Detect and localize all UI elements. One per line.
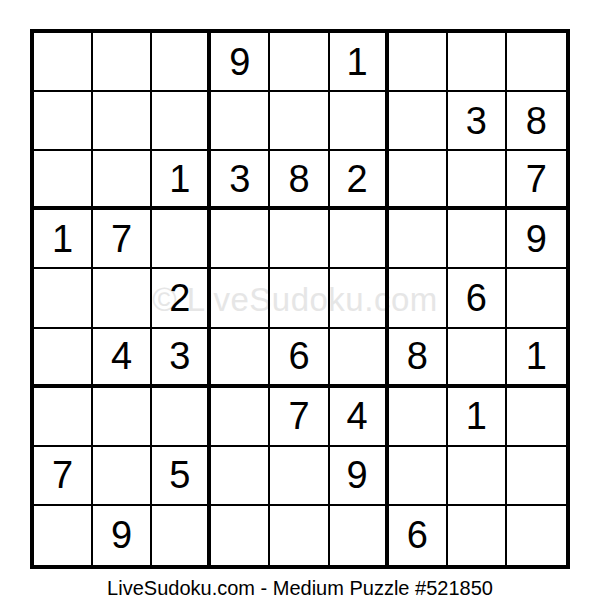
cell-r5c8: 6 [448,269,507,328]
cell-r3c5: 8 [270,151,329,210]
cell-r9c3 [152,506,211,565]
cell-r4c7 [389,210,448,269]
cell-r2c2 [93,92,152,151]
cell-r5c4 [211,269,270,328]
cell-r5c6 [330,269,389,328]
cell-r9c5 [270,506,329,565]
cell-r7c5: 7 [270,388,329,447]
cell-r6c9: 1 [507,329,566,388]
cell-r2c6 [330,92,389,151]
cell-r3c8 [448,151,507,210]
cell-r2c4 [211,92,270,151]
cell-r4c9: 9 [507,210,566,269]
cell-r9c1 [34,506,93,565]
cell-r7c6: 4 [330,388,389,447]
cell-r7c1 [34,388,93,447]
cell-r9c6 [330,506,389,565]
cell-r9c9 [507,506,566,565]
cell-r6c2: 4 [93,329,152,388]
cell-r8c8 [448,447,507,506]
cell-r1c5 [270,33,329,92]
cell-r3c3: 1 [152,151,211,210]
cell-r6c3: 3 [152,329,211,388]
cell-r9c2: 9 [93,506,152,565]
cell-r6c1 [34,329,93,388]
cell-r2c5 [270,92,329,151]
cell-r1c9 [507,33,566,92]
cell-r6c7: 8 [389,329,448,388]
cell-r9c4 [211,506,270,565]
cell-r2c9: 8 [507,92,566,151]
cell-r6c8 [448,329,507,388]
cell-r5c3: 2 [152,269,211,328]
cell-r4c8 [448,210,507,269]
cell-r4c3 [152,210,211,269]
cell-r5c1 [34,269,93,328]
cell-r2c7 [389,92,448,151]
cell-r9c8 [448,506,507,565]
cell-r3c4: 3 [211,151,270,210]
sudoku-board: 913813827179264368174175996 [30,29,570,569]
cell-r8c4 [211,447,270,506]
cell-r7c7 [389,388,448,447]
cell-r7c2 [93,388,152,447]
cell-r8c5 [270,447,329,506]
cell-r1c4: 9 [211,33,270,92]
cell-r1c2 [93,33,152,92]
cell-r8c2 [93,447,152,506]
cell-r8c3: 5 [152,447,211,506]
cell-r6c5: 6 [270,329,329,388]
cell-r4c2: 7 [93,210,152,269]
cell-r3c7 [389,151,448,210]
cell-r5c9 [507,269,566,328]
cell-r5c7 [389,269,448,328]
cell-r6c6 [330,329,389,388]
cell-r8c9 [507,447,566,506]
cell-r8c6: 9 [330,447,389,506]
cell-r2c8: 3 [448,92,507,151]
cell-r3c1 [34,151,93,210]
cell-r1c8 [448,33,507,92]
cell-r7c8: 1 [448,388,507,447]
cell-r1c3 [152,33,211,92]
cell-r7c9 [507,388,566,447]
cell-r5c5 [270,269,329,328]
cell-r3c2 [93,151,152,210]
cell-r7c3 [152,388,211,447]
cell-r1c7 [389,33,448,92]
cell-r3c6: 2 [330,151,389,210]
cell-r1c6: 1 [330,33,389,92]
cell-r4c5 [270,210,329,269]
cell-r4c6 [330,210,389,269]
cell-r2c1 [34,92,93,151]
cell-r1c1 [34,33,93,92]
cell-r5c2 [93,269,152,328]
cell-r4c1: 1 [34,210,93,269]
cell-r7c4 [211,388,270,447]
cell-r4c4 [211,210,270,269]
caption: LiveSudoku.com - Medium Puzzle #521850 [0,577,600,600]
cell-r3c9: 7 [507,151,566,210]
cell-r9c7: 6 [389,506,448,565]
cell-r2c3 [152,92,211,151]
cell-r6c4 [211,329,270,388]
cell-r8c1: 7 [34,447,93,506]
cell-r8c7 [389,447,448,506]
